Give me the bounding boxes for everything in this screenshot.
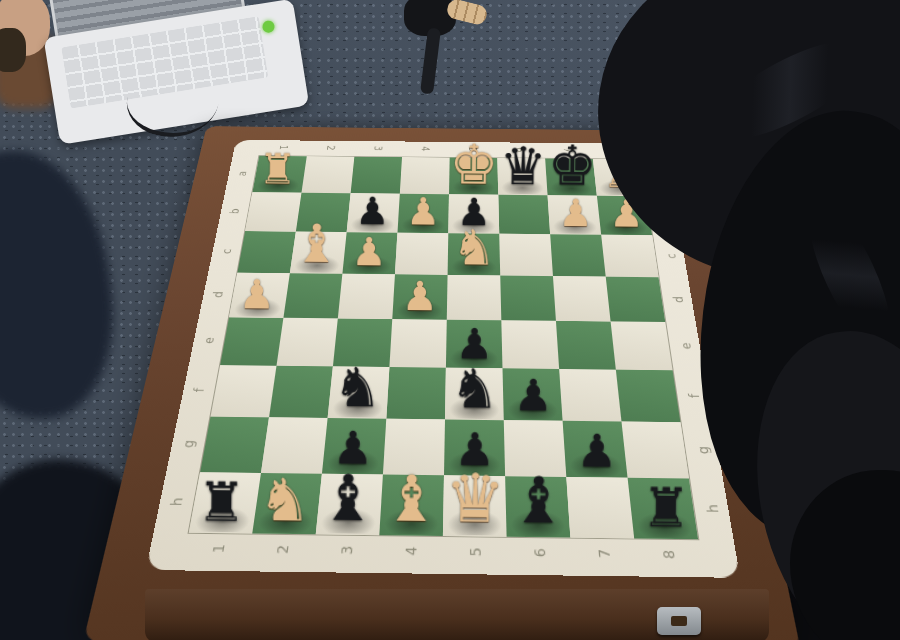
piece-white-bishop-c2[interactable]: ♝ [293, 218, 341, 271]
rank-label-near-7: 7 [593, 544, 614, 562]
square-d1[interactable]: ♟ [229, 273, 290, 318]
piece-white-bishop-h4[interactable]: ♝ [383, 468, 441, 532]
rank-label-near-6: 6 [529, 544, 549, 562]
piece-white-pawn-d1[interactable]: ♟ [239, 274, 275, 315]
square-f5[interactable]: ♞ [445, 368, 504, 420]
square-a7[interactable]: ♚ [545, 159, 597, 196]
piece-black-knight-f3[interactable]: ♞ [333, 360, 382, 415]
file-label-left-e: e [199, 334, 218, 347]
file-label-left-d: d [208, 288, 226, 300]
piece-black-pawn-f6[interactable]: ♟ [514, 373, 553, 417]
board-grid: ♜♚♛♚♜♟♟♟♟♟♝♟♞♟♟♟♞♞♟♟♟♟♜♞♝♝♛♝♜ [189, 156, 698, 539]
piece-black-pawn-b3[interactable]: ♟ [355, 192, 389, 230]
square-g8[interactable] [621, 422, 688, 479]
square-h4[interactable]: ♝ [379, 475, 444, 536]
square-a2[interactable] [301, 156, 354, 193]
rank-label-far-2: 2 [324, 143, 339, 153]
rank-label-far-5: 5 [466, 144, 480, 154]
file-label-right-d: d [669, 293, 687, 306]
square-b7[interactable]: ♟ [548, 195, 602, 235]
case-clasp-slot [671, 616, 687, 626]
square-d8[interactable] [606, 277, 666, 322]
file-label-left-h: h [165, 493, 187, 510]
file-label-right-e: e [676, 339, 695, 352]
rank-label-near-8: 8 [657, 545, 678, 563]
file-label-left-f: f [188, 383, 208, 397]
rank-label-far-6: 6 [514, 145, 528, 155]
rank-label-far-1: 1 [277, 143, 293, 153]
square-e4[interactable] [389, 319, 446, 368]
square-c4[interactable] [395, 233, 448, 275]
file-label-right-g: g [692, 442, 712, 458]
piece-black-rook-h1[interactable]: ♜ [197, 475, 246, 530]
square-c8[interactable] [601, 235, 658, 277]
piece-black-pawn-g7[interactable]: ♟ [576, 428, 617, 474]
square-h1[interactable]: ♜ [189, 472, 261, 533]
square-e2[interactable] [276, 318, 337, 367]
green-sticker-icon [262, 20, 276, 34]
square-h6[interactable]: ♝ [505, 476, 570, 537]
square-c2[interactable]: ♝ [290, 232, 347, 274]
file-label-left-g: g [177, 436, 198, 452]
square-a6[interactable]: ♛ [497, 158, 547, 195]
square-d2[interactable] [283, 273, 342, 318]
file-label-right-h: h [701, 500, 722, 517]
case-clasp [657, 607, 701, 635]
square-c1[interactable] [237, 231, 295, 273]
square-c6[interactable] [499, 234, 553, 276]
piece-white-pawn-c3[interactable]: ♟ [351, 232, 386, 271]
photo-scene: ♜♚♛♚♜♟♟♟♟♟♝♟♞♟♟♟♞♞♟♟♟♟♜♞♝♝♛♝♜ aabbccddee… [0, 0, 900, 640]
square-f1[interactable] [211, 365, 277, 417]
rank-label-far-3: 3 [371, 144, 386, 154]
rank-label-near-2: 2 [271, 540, 292, 558]
square-c7[interactable] [550, 234, 606, 276]
file-label-right-c: c [662, 250, 679, 262]
file-label-left-a: a [233, 168, 249, 178]
piece-white-pawn-b7[interactable]: ♟ [559, 194, 593, 232]
square-f4[interactable] [386, 367, 446, 419]
piece-black-bishop-h3[interactable]: ♝ [319, 467, 377, 531]
square-h7[interactable] [566, 477, 634, 539]
rank-label-near-4: 4 [401, 542, 421, 560]
square-d5[interactable] [447, 275, 502, 320]
rank-label-near-5: 5 [465, 543, 484, 561]
piece-black-knight-f5[interactable]: ♞ [450, 362, 499, 417]
square-b3[interactable]: ♟ [347, 193, 400, 232]
rank-label-near-3: 3 [336, 541, 356, 559]
square-h8[interactable]: ♜ [628, 478, 699, 540]
square-c5[interactable]: ♞ [448, 233, 501, 275]
piece-white-knight-h2[interactable]: ♞ [258, 471, 311, 530]
square-h2[interactable]: ♞ [252, 473, 322, 534]
piece-white-rook-a1[interactable]: ♜ [259, 148, 297, 190]
piece-white-pawn-b4[interactable]: ♟ [406, 192, 440, 230]
rank-label-far-4: 4 [419, 144, 433, 154]
wooden-case-front [145, 589, 769, 640]
square-a1[interactable]: ♜ [252, 156, 306, 193]
square-e7[interactable] [556, 321, 616, 370]
piece-white-pawn-d4[interactable]: ♟ [402, 276, 439, 317]
piece-white-queen-h5[interactable]: ♛ [445, 465, 506, 533]
rank-label-far-7: 7 [561, 145, 576, 155]
square-b4[interactable]: ♟ [397, 194, 449, 234]
spectator-sleeve [0, 28, 26, 72]
square-g1[interactable] [200, 417, 269, 473]
square-h3[interactable]: ♝ [316, 474, 383, 535]
square-f7[interactable] [559, 369, 621, 422]
square-e8[interactable] [611, 321, 673, 370]
square-h5[interactable]: ♛ [443, 475, 507, 536]
file-label-left-c: c [217, 246, 235, 258]
file-label-right-f: f [684, 389, 703, 404]
file-label-left-b: b [226, 206, 243, 217]
square-e6[interactable] [501, 320, 559, 369]
square-g7[interactable]: ♟ [563, 421, 628, 478]
square-f6[interactable]: ♟ [503, 368, 563, 421]
rank-label-near-1: 1 [207, 540, 229, 558]
square-d3[interactable] [338, 274, 395, 319]
square-d4[interactable]: ♟ [392, 274, 447, 319]
square-c3[interactable]: ♟ [342, 232, 397, 274]
square-e1[interactable] [220, 317, 283, 366]
square-f2[interactable] [269, 366, 333, 418]
square-d6[interactable] [500, 275, 556, 320]
piece-black-bishop-h6[interactable]: ♝ [510, 469, 568, 533]
square-f3[interactable]: ♞ [328, 366, 390, 418]
piece-white-knight-c5[interactable]: ♞ [452, 223, 496, 272]
piece-black-rook-h8[interactable]: ♜ [641, 480, 690, 535]
square-f8[interactable] [616, 370, 681, 423]
square-d7[interactable] [553, 276, 611, 321]
square-b6[interactable] [498, 195, 550, 235]
